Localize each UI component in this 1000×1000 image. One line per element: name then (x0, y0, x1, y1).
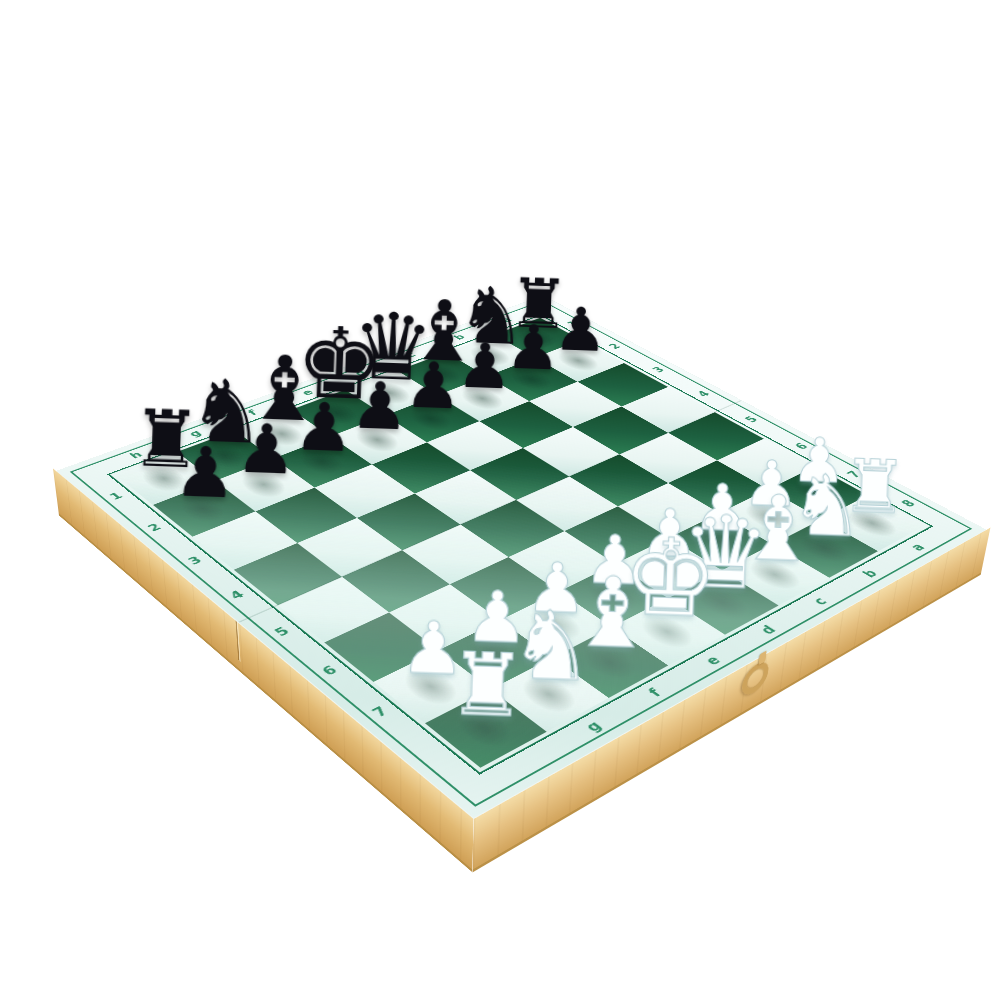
playfield: ♜♟♟♜♞♟♟♞♝♟♟♝♛♟♟♛♚♟♟♚♝♟♟♝♞♟♟♞♜♟♟♜ (107, 315, 933, 775)
board-grid: ♜♟♟♜♞♟♟♞♝♟♟♝♛♟♟♛♚♟♟♚♝♟♟♝♞♟♟♞♜♟♟♜ (115, 318, 924, 768)
piece-black-pawn[interactable]: ♟ (114, 336, 299, 510)
chess-set-photo: 12345678 12345678 abcdefgh abcdefgh ♜♟♟♜… (175, 159, 858, 842)
piece-white-rook[interactable]: ♜ (390, 542, 588, 729)
chessboard: 12345678 12345678 abcdefgh abcdefgh ♜♟♟♜… (56, 295, 987, 819)
folding-chess-box: 12345678 12345678 abcdefgh abcdefgh ♜♟♟♜… (56, 295, 987, 819)
